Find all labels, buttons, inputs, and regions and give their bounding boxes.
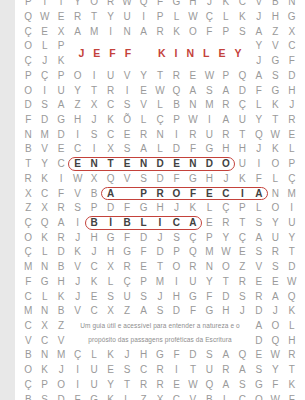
grid-cell: R	[267, 245, 283, 260]
grid-cell: L	[251, 201, 267, 216]
grid-cell: G	[267, 83, 283, 98]
grid-cell: G	[251, 378, 267, 393]
grid-cell: F	[251, 83, 267, 98]
grid-cell: X	[36, 201, 52, 216]
grid-cell: P	[152, 10, 168, 25]
grid-cell: D	[168, 142, 184, 157]
grid-cell: G	[119, 245, 135, 260]
grid-cell: F	[20, 113, 36, 128]
grid-cell: C	[168, 216, 184, 231]
grid-cell: K	[168, 24, 184, 39]
grid-cell: L	[86, 348, 102, 363]
grid-cell: R	[102, 0, 118, 10]
grid-cell: K	[86, 275, 102, 290]
grid-cell: W	[267, 348, 283, 363]
grid-cell: J	[152, 230, 168, 245]
author-name: JEFF KINLEY	[15, 47, 305, 60]
grid-cell: W	[152, 83, 168, 98]
grid-cell: D	[152, 245, 168, 260]
grid-cell: Z	[119, 304, 135, 319]
grid-cell: Y	[267, 216, 283, 231]
grid-cell: J	[251, 10, 267, 25]
grid-cell: L	[267, 172, 283, 187]
grid-cell: Ç	[218, 201, 234, 216]
grid-cell: A	[251, 230, 267, 245]
grid-cell: K	[284, 304, 300, 319]
grid-cell: K	[102, 348, 118, 363]
grid-cell: U	[201, 363, 217, 378]
grid-cell: H	[284, 83, 300, 98]
grid-cell: G	[185, 172, 201, 187]
grid-cell: U	[267, 230, 283, 245]
grid-cell: X	[102, 304, 118, 319]
grid-cell: O	[218, 157, 234, 172]
grid-cell: T	[218, 275, 234, 290]
grid-cell: R	[168, 69, 184, 84]
grid-cell: V	[251, 260, 267, 275]
grid-cell: C	[168, 392, 184, 400]
grid-cell: H	[152, 201, 168, 216]
grid-cell: A	[234, 363, 250, 378]
grid-cell: Z	[135, 392, 151, 400]
grid-cell: Q	[102, 172, 118, 187]
grid-cell: B	[86, 186, 102, 201]
grid-cell: I	[234, 186, 250, 201]
grid-cell: R	[218, 363, 234, 378]
grid-cell: W	[185, 113, 201, 128]
grid-cell: Y	[102, 10, 118, 25]
grid-cell: L	[152, 142, 168, 157]
grid-cell: Ç	[152, 113, 168, 128]
grid-cell: K	[267, 98, 283, 113]
grid-cell: I	[168, 127, 184, 142]
grid-cell: Ç	[20, 245, 36, 260]
grid-cell: R	[284, 348, 300, 363]
grid-cell: Y	[69, 83, 85, 98]
grid-cell: Y	[102, 378, 118, 393]
grid-cell: J	[218, 172, 234, 187]
grid-cell: G	[201, 304, 217, 319]
grid-cell: U	[119, 289, 135, 304]
grid-cell: C	[20, 289, 36, 304]
grid-cell: F	[251, 172, 267, 187]
grid-cell: W	[267, 392, 283, 400]
grid-cell: C	[36, 186, 52, 201]
grid-cell: O	[20, 83, 36, 98]
grid-cell: C	[135, 363, 151, 378]
grid-cell: A	[53, 98, 69, 113]
grid-cell: U	[284, 216, 300, 231]
grid-cell: B	[267, 0, 283, 10]
grid-cell: F	[119, 230, 135, 245]
grid-cell: T	[119, 378, 135, 393]
grid-cell: V	[119, 69, 135, 84]
grid-cell: T	[234, 127, 250, 142]
grid-cell: X	[86, 98, 102, 113]
grid-cell: E	[53, 142, 69, 157]
grid-cell: T	[20, 157, 36, 172]
grid-cell: J	[201, 0, 217, 10]
grid-cell: N	[20, 127, 36, 142]
grid-cell: N	[185, 157, 201, 172]
grid-cell: K	[284, 378, 300, 393]
grid-cell: Q	[251, 392, 267, 400]
grid-cell: W	[218, 245, 234, 260]
grid-cell: O	[20, 363, 36, 378]
grid-cell: K	[102, 113, 118, 128]
grid-cell: D	[36, 113, 52, 128]
grid-cell: L	[168, 10, 184, 25]
grid-cell: N	[36, 260, 52, 275]
grid-cell: Í	[102, 216, 118, 231]
book-cover: PTTYORWQFGHJKCVBNQWERTYUIPLWÇLKJHGÇEXAMI…	[15, 0, 305, 400]
grid-cell: Ç	[119, 275, 135, 290]
grid-cell: M	[201, 245, 217, 260]
grid-cell: S	[135, 289, 151, 304]
grid-cell: V	[185, 392, 201, 400]
grid-cell: A	[102, 186, 118, 201]
grid-cell: E	[201, 216, 217, 231]
grid-cell: T	[152, 69, 168, 84]
grid-cell: Q	[168, 83, 184, 98]
grid-cell: L	[119, 392, 135, 400]
grid-cell: P	[86, 201, 102, 216]
grid-cell: S	[234, 24, 250, 39]
grid-cell: F	[135, 245, 151, 260]
grid-cell: A	[135, 142, 151, 157]
grid-cell: E	[284, 127, 300, 142]
grid-cell: B	[201, 392, 217, 400]
grid-cell: L	[36, 245, 52, 260]
grid-cell: O	[168, 260, 184, 275]
grid-cell: X	[284, 24, 300, 39]
grid-cell: F	[185, 304, 201, 319]
grid-cell: H	[185, 0, 201, 10]
grid-cell: Q	[36, 216, 52, 231]
grid-cell: K	[234, 172, 250, 187]
grid-cell: E	[251, 275, 267, 290]
grid-cell: C	[86, 304, 102, 319]
grid-cell: B	[119, 216, 135, 231]
grid-cell: G	[36, 275, 52, 290]
grid-cell: W	[201, 69, 217, 84]
grid-cell: J	[119, 348, 135, 363]
grid-cell: F	[20, 275, 36, 290]
grid-cell: U	[201, 127, 217, 142]
grid-cell: H	[69, 113, 85, 128]
grid-cell: F	[152, 0, 168, 10]
grid-cell: A	[267, 289, 283, 304]
grid-cell: Z	[20, 201, 36, 216]
grid-cell: I	[53, 172, 69, 187]
grid-cell: E	[168, 157, 184, 172]
grid-cell: Ç	[20, 378, 36, 393]
grid-cell: G	[168, 0, 184, 10]
grid-cell: N	[119, 24, 135, 39]
grid-cell: W	[185, 378, 201, 393]
grid-cell: R	[152, 24, 168, 39]
grid-cell: N	[36, 348, 52, 363]
grid-cell: K	[102, 392, 118, 400]
grid-cell: M	[86, 24, 102, 39]
grid-cell: Y	[69, 0, 85, 10]
grid-cell: E	[267, 275, 283, 290]
grid-cell: F	[267, 378, 283, 393]
grid-cell: U	[86, 378, 102, 393]
grid-cell: C	[102, 98, 118, 113]
grid-cell: N	[86, 157, 102, 172]
grid-cell: S	[152, 304, 168, 319]
grid-cell: S	[234, 378, 250, 393]
grid-cell: M	[20, 304, 36, 319]
grid-cell: H	[102, 245, 118, 260]
grid-cell: P	[135, 275, 151, 290]
grid-cell: E	[185, 69, 201, 84]
grid-cell: R	[135, 127, 151, 142]
grid-cell: B	[168, 98, 184, 113]
grid-cell: P	[284, 157, 300, 172]
grid-cell: L	[201, 201, 217, 216]
grid-cell: R	[102, 83, 118, 98]
grid-cell: S	[267, 69, 283, 84]
grid-cell: Z	[267, 24, 283, 39]
grid-cell: R	[185, 260, 201, 275]
grid-cell: J	[284, 98, 300, 113]
grid-cell: R	[218, 127, 234, 142]
grid-cell: A	[218, 83, 234, 98]
grid-cell: G	[135, 201, 151, 216]
grid-cell: F	[53, 186, 69, 201]
grid-cell: T	[152, 260, 168, 275]
grid-cell: S	[251, 363, 267, 378]
grid-cell: Q	[234, 69, 250, 84]
grid-cell: V	[69, 304, 85, 319]
grid-cell: L	[135, 113, 151, 128]
grid-cell: S	[119, 363, 135, 378]
grid-cell: S	[168, 230, 184, 245]
grid-cell: D	[284, 69, 300, 84]
grid-cell: O	[185, 24, 201, 39]
grid-cell: I	[69, 127, 85, 142]
grid-cell: M	[36, 127, 52, 142]
grid-cell: U	[119, 10, 135, 25]
grid-cell: J	[86, 245, 102, 260]
grid-cell: Ç	[234, 230, 250, 245]
grid-cell: D	[102, 201, 118, 216]
grid-cell: F	[185, 142, 201, 157]
grid-cell: E	[119, 157, 135, 172]
grid-cell: A	[251, 69, 267, 84]
grid-cell: E	[234, 245, 250, 260]
grid-cell: G	[152, 348, 168, 363]
grid-cell: O	[69, 69, 85, 84]
grid-cell: C	[234, 392, 250, 400]
grid-cell: R	[152, 378, 168, 393]
grid-cell: D	[53, 392, 69, 400]
grid-cell: J	[69, 230, 85, 245]
grid-cell: E	[53, 10, 69, 25]
grid-cell: Q	[234, 348, 250, 363]
grid-cell: I	[36, 83, 52, 98]
grid-cell: V	[251, 0, 267, 10]
grid-cell: D	[234, 83, 250, 98]
grid-cell: P	[135, 186, 151, 201]
grid-cell: T	[36, 0, 52, 10]
grid-cell: P	[20, 69, 36, 84]
grid-cell: U	[234, 113, 250, 128]
grid-cell: E	[86, 289, 102, 304]
grid-cell: S	[119, 98, 135, 113]
grid-cell: D	[20, 98, 36, 113]
grid-cell: H	[135, 348, 151, 363]
grid-cell: B	[20, 142, 36, 157]
grid-cell: T	[86, 83, 102, 98]
grid-cell: U	[185, 275, 201, 290]
grid-cell: S	[251, 216, 267, 231]
grid-cell: K	[69, 245, 85, 260]
grid-cell: R	[53, 230, 69, 245]
grid-cell: U	[234, 157, 250, 172]
grid-cell: T	[53, 0, 69, 10]
grid-cell: I	[251, 157, 267, 172]
grid-cell: H	[168, 289, 184, 304]
grid-cell: E	[36, 24, 52, 39]
grid-cell: I	[168, 275, 184, 290]
grid-cell: A	[218, 113, 234, 128]
grid-cell: G	[284, 10, 300, 25]
grid-cell: A	[69, 24, 85, 39]
grid-cell: K	[36, 172, 52, 187]
grid-cell: I	[69, 363, 85, 378]
grid-cell: Y	[218, 230, 234, 245]
grid-cell: D	[53, 127, 69, 142]
grid-cell: F	[201, 289, 217, 304]
grid-cell: J	[69, 275, 85, 290]
grid-cell: R	[119, 260, 135, 275]
grid-cell: R	[20, 172, 36, 187]
grid-cell: S	[69, 201, 85, 216]
grid-cell: V	[135, 98, 151, 113]
grid-cell: H	[267, 10, 283, 25]
grid-cell: X	[20, 186, 36, 201]
grid-cell: O	[53, 378, 69, 393]
grid-cell: R	[152, 363, 168, 378]
grid-cell: L	[102, 275, 118, 290]
grid-cell: N	[201, 260, 217, 275]
grid-cell: D	[284, 260, 300, 275]
grid-cell: Ç	[185, 230, 201, 245]
grid-cell: B	[53, 260, 69, 275]
grid-cell: H	[218, 142, 234, 157]
grid-cell: B	[20, 392, 36, 400]
grid-cell: S	[251, 245, 267, 260]
grid-cell: S	[267, 260, 283, 275]
grid-cell: X	[86, 172, 102, 187]
subtitle-line-1: Um guia útil e acessível para entender a…	[15, 322, 305, 330]
grid-cell: N	[185, 98, 201, 113]
grid-cell: I	[102, 24, 118, 39]
grid-cell: I	[69, 216, 85, 231]
grid-cell: O	[20, 230, 36, 245]
grid-cell: V	[119, 172, 135, 187]
grid-cell: P	[234, 201, 250, 216]
grid-cell: Q	[201, 378, 217, 393]
grid-cell: Y	[267, 363, 283, 378]
grid-cell: A	[135, 24, 151, 39]
grid-cell: W	[267, 127, 283, 142]
grid-cell: Ç	[284, 172, 300, 187]
grid-cell: A	[218, 378, 234, 393]
grid-cell: Q	[20, 10, 36, 25]
grid-cell: D	[53, 245, 69, 260]
grid-cell: N	[135, 157, 151, 172]
grid-cell: S	[36, 98, 52, 113]
grid-cell: P	[168, 245, 184, 260]
grid-cell: L	[218, 10, 234, 25]
grid-cell: H	[234, 142, 250, 157]
grid-cell: R	[69, 10, 85, 25]
grid-cell: K	[234, 10, 250, 25]
grid-cell: J	[53, 363, 69, 378]
grid-cell: Ç	[20, 216, 36, 231]
grid-cell: E	[119, 127, 135, 142]
grid-cell: R	[152, 186, 168, 201]
grid-cell: Q	[185, 245, 201, 260]
grid-cell: Ç	[36, 69, 52, 84]
grid-cell: Y	[201, 275, 217, 290]
grid-cell: I	[119, 83, 135, 98]
grid-cell: A	[53, 216, 69, 231]
grid-cell: E	[135, 83, 151, 98]
grid-cell: T	[284, 363, 300, 378]
grid-cell: C	[234, 0, 250, 10]
grid-cell: D	[135, 230, 151, 245]
grid-cell: P	[218, 69, 234, 84]
grid-cell: X	[53, 24, 69, 39]
grid-cell: L	[36, 289, 52, 304]
grid-cell: W	[119, 0, 135, 10]
grid-cell: N	[267, 186, 283, 201]
grid-cell: R	[234, 275, 250, 290]
grid-cell: U	[102, 69, 118, 84]
grid-cell: E	[135, 260, 151, 275]
grid-cell: R	[218, 216, 234, 231]
grid-cell: E	[69, 157, 85, 172]
grid-cell: F	[168, 348, 184, 363]
grid-cell: D	[152, 157, 168, 172]
grid-cell: U	[86, 363, 102, 378]
grid-cell: L	[135, 216, 151, 231]
grid-cell: P	[20, 0, 36, 10]
grid-cell: F	[201, 24, 217, 39]
grid-cell: W	[185, 10, 201, 25]
grid-cell: V	[69, 186, 85, 201]
grid-cell: G	[53, 113, 69, 128]
grid-cell: D	[168, 304, 184, 319]
grid-cell: Q	[135, 0, 151, 10]
grid-cell: E	[201, 186, 217, 201]
grid-cell: W	[69, 172, 85, 187]
grid-cell: Ç	[20, 24, 36, 39]
grid-cell: A	[251, 186, 267, 201]
grid-cell: I	[152, 216, 168, 231]
grid-cell: P	[36, 378, 52, 393]
grid-cell: B	[86, 216, 102, 231]
grid-cell: P	[201, 230, 217, 245]
grid-cell: C	[69, 142, 85, 157]
grid-cell: K	[53, 289, 69, 304]
grid-cell: F	[284, 392, 300, 400]
